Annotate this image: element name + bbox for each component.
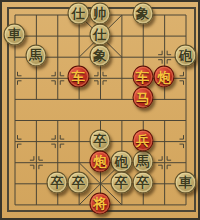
piece-black-advisor[interactable]: 仕: [68, 2, 89, 24]
piece-red-horse[interactable]: 马: [132, 87, 153, 109]
pieces-layer: 車馬仕帅仕象象砲卒砲馬卒卒卒卒車车车炮马兵炮将: [4, 4, 196, 215]
piece-black-horse[interactable]: 馬: [132, 150, 153, 172]
piece-black-chariot[interactable]: 車: [4, 24, 25, 46]
piece-black-elephant[interactable]: 象: [89, 45, 110, 67]
piece-black-pawn[interactable]: 卒: [111, 171, 132, 193]
xiangqi-board[interactable]: 車馬仕帅仕象象砲卒砲馬卒卒卒卒車车车炮马兵炮将: [0, 0, 200, 220]
piece-black-general[interactable]: 帅: [89, 2, 110, 24]
piece-red-general[interactable]: 将: [89, 192, 110, 214]
piece-black-pawn[interactable]: 卒: [47, 171, 68, 193]
piece-red-cannon[interactable]: 炮: [89, 150, 110, 172]
piece-black-pawn[interactable]: 卒: [132, 171, 153, 193]
piece-red-pawn[interactable]: 兵: [132, 129, 153, 151]
piece-black-horse[interactable]: 馬: [25, 45, 46, 67]
piece-red-chariot[interactable]: 车: [68, 66, 89, 88]
piece-black-pawn[interactable]: 卒: [68, 171, 89, 193]
piece-black-pawn[interactable]: 卒: [89, 129, 110, 151]
piece-black-cannon[interactable]: 砲: [111, 150, 132, 172]
piece-red-cannon[interactable]: 炮: [153, 66, 174, 88]
piece-black-advisor[interactable]: 仕: [89, 24, 110, 46]
piece-red-chariot[interactable]: 车: [132, 66, 153, 88]
piece-black-chariot[interactable]: 車: [175, 171, 196, 193]
piece-black-cannon[interactable]: 砲: [175, 45, 196, 67]
piece-black-elephant[interactable]: 象: [132, 2, 153, 24]
